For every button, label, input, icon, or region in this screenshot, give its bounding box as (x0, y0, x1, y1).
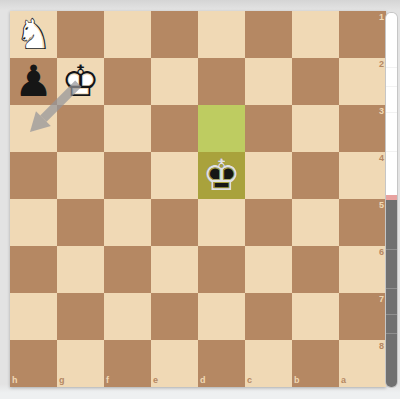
file-label-e: e (153, 376, 158, 385)
square-d7[interactable] (198, 293, 245, 340)
rank-label-2: 2 (379, 60, 384, 69)
file-label-d: d (200, 376, 206, 385)
eval-tick (386, 314, 397, 315)
square-d4[interactable]: ♚♔ (198, 152, 245, 199)
square-e6[interactable] (151, 246, 198, 293)
square-g5[interactable] (57, 199, 104, 246)
square-g1[interactable] (57, 11, 104, 58)
square-c8[interactable]: c (245, 340, 292, 387)
square-g2[interactable]: ♚♔ (57, 58, 104, 105)
white-king[interactable]: ♚♔ (57, 58, 104, 105)
square-g3[interactable] (57, 105, 104, 152)
eval-tick (386, 249, 397, 250)
square-d5[interactable] (198, 199, 245, 246)
square-f1[interactable] (104, 11, 151, 58)
eval-white-section (386, 13, 397, 195)
rank-label-3: 3 (379, 107, 384, 116)
square-h6[interactable] (10, 246, 57, 293)
square-h5[interactable] (10, 199, 57, 246)
evaluation-bar (386, 13, 397, 387)
square-f4[interactable] (104, 152, 151, 199)
file-label-c: c (247, 376, 252, 385)
square-b4[interactable] (292, 152, 339, 199)
file-label-g: g (59, 376, 65, 385)
square-c1[interactable] (245, 11, 292, 58)
chess-board[interactable]: ♞♘1♟♚♔23♚♔4567hgfedcba8 (10, 11, 386, 387)
square-g6[interactable] (57, 246, 104, 293)
square-a1[interactable]: 1 (339, 11, 386, 58)
square-g8[interactable]: g (57, 340, 104, 387)
square-f6[interactable] (104, 246, 151, 293)
rank-label-6: 6 (379, 248, 384, 257)
square-b8[interactable]: b (292, 340, 339, 387)
square-e7[interactable] (151, 293, 198, 340)
square-h1[interactable]: ♞♘ (10, 11, 57, 58)
square-h8[interactable]: h (10, 340, 57, 387)
black-king[interactable]: ♚♔ (198, 152, 245, 199)
square-b7[interactable] (292, 293, 339, 340)
rank-label-4: 4 (379, 154, 384, 163)
rank-label-1: 1 (379, 13, 384, 22)
rank-label-5: 5 (379, 201, 384, 210)
square-e8[interactable]: e (151, 340, 198, 387)
piece-fill: ♚ (57, 58, 104, 105)
white-knight[interactable]: ♞♘ (10, 11, 57, 58)
square-f5[interactable] (104, 199, 151, 246)
square-e3[interactable] (151, 105, 198, 152)
square-c6[interactable] (245, 246, 292, 293)
piece-outline: ♔ (198, 152, 245, 199)
square-h7[interactable] (10, 293, 57, 340)
square-d1[interactable] (198, 11, 245, 58)
square-a6[interactable]: 6 (339, 246, 386, 293)
square-d6[interactable] (198, 246, 245, 293)
eval-tick (386, 67, 397, 68)
piece-outline: ♘ (10, 11, 57, 58)
piece-outline: ♔ (57, 58, 104, 105)
file-label-f: f (106, 376, 109, 385)
square-b5[interactable] (292, 199, 339, 246)
square-g7[interactable] (57, 293, 104, 340)
square-f3[interactable] (104, 105, 151, 152)
eval-tick (386, 86, 397, 87)
square-e5[interactable] (151, 199, 198, 246)
square-a4[interactable]: 4 (339, 152, 386, 199)
piece-fill: ♚ (198, 152, 245, 199)
square-d2[interactable] (198, 58, 245, 105)
square-c3[interactable] (245, 105, 292, 152)
square-c7[interactable] (245, 293, 292, 340)
square-c2[interactable] (245, 58, 292, 105)
square-a3[interactable]: 3 (339, 105, 386, 152)
square-c4[interactable] (245, 152, 292, 199)
piece-fill: ♟ (10, 58, 57, 105)
eval-tick (386, 112, 397, 113)
square-b6[interactable] (292, 246, 339, 293)
rank-label-8: 8 (379, 342, 384, 351)
square-b1[interactable] (292, 11, 339, 58)
square-a8[interactable]: a8 (339, 340, 386, 387)
square-h3[interactable] (10, 105, 57, 152)
rank-label-7: 7 (379, 295, 384, 304)
square-g4[interactable] (57, 152, 104, 199)
square-f8[interactable]: f (104, 340, 151, 387)
file-label-h: h (12, 376, 18, 385)
square-b2[interactable] (292, 58, 339, 105)
square-h4[interactable] (10, 152, 57, 199)
file-label-b: b (294, 376, 300, 385)
square-a5[interactable]: 5 (339, 199, 386, 246)
black-pawn[interactable]: ♟ (10, 58, 57, 105)
eval-tick (386, 333, 397, 334)
eval-tick (386, 288, 397, 289)
square-e1[interactable] (151, 11, 198, 58)
square-b3[interactable] (292, 105, 339, 152)
square-h2[interactable]: ♟ (10, 58, 57, 105)
square-c5[interactable] (245, 199, 292, 246)
square-a2[interactable]: 2 (339, 58, 386, 105)
piece-fill: ♞ (10, 11, 57, 58)
square-e4[interactable] (151, 152, 198, 199)
square-d8[interactable]: d (198, 340, 245, 387)
analysis-panel: ♞♘1♟♚♔23♚♔4567hgfedcba8 (0, 0, 400, 399)
file-label-a: a (341, 376, 346, 385)
eval-black-section (386, 200, 397, 387)
square-d3[interactable] (198, 105, 245, 152)
square-f2[interactable] (104, 58, 151, 105)
square-e2[interactable] (151, 58, 198, 105)
square-f7[interactable] (104, 293, 151, 340)
eval-tick (386, 151, 397, 152)
square-a7[interactable]: 7 (339, 293, 386, 340)
